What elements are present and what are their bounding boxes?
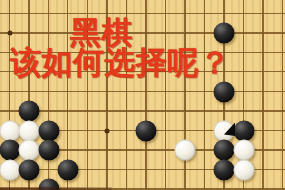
- bottom-edge-shade: [0, 187, 112, 190]
- white-stone: [175, 140, 196, 161]
- black-stone: [0, 140, 20, 161]
- star-point: [7, 31, 12, 36]
- white-stone: [0, 159, 20, 180]
- title-line-2: 该如何选择呢？: [10, 47, 231, 78]
- white-stone: [233, 159, 254, 180]
- black-stone: [58, 159, 79, 180]
- white-stone: [19, 140, 40, 161]
- black-stone: [214, 159, 235, 180]
- title-line-1: 黑棋: [70, 17, 133, 48]
- black-stone: [214, 81, 235, 102]
- black-stone: [214, 140, 235, 161]
- black-stone: [38, 140, 59, 161]
- black-stone: [233, 120, 254, 141]
- black-stone: [214, 23, 235, 44]
- black-stone: [38, 120, 59, 141]
- black-stone: [19, 101, 40, 122]
- white-stone: [233, 140, 254, 161]
- star-point: [105, 128, 110, 133]
- black-stone: [19, 159, 40, 180]
- go-board[interactable]: [0, 0, 285, 190]
- black-stone: [136, 120, 157, 141]
- white-stone: [19, 120, 40, 141]
- white-stone: [0, 120, 20, 141]
